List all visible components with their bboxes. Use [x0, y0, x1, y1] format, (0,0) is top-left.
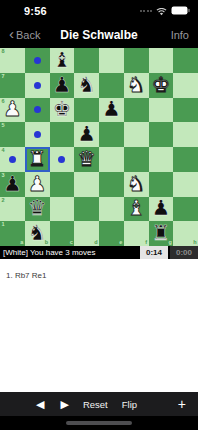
navigation-bar: ‹ Back Die Schwalbe Info: [0, 21, 198, 48]
game-status-bar: [White] You have 3 moves 0:14 0:00: [0, 246, 198, 259]
piece-black-king: ♚: [52, 99, 71, 120]
square-g3[interactable]: [149, 172, 174, 197]
piece-black-queen: ♛: [28, 198, 47, 219]
piece-black-knight: ♞: [77, 75, 96, 96]
square-g4[interactable]: [149, 147, 174, 172]
square-g7[interactable]: ♚: [149, 73, 174, 98]
piece-white-pawn: ♟: [3, 99, 22, 120]
piece-black-pawn: ♟: [77, 124, 96, 145]
turn-status-text: [White] You have 3 moves: [0, 246, 140, 259]
file-label-b: b: [45, 240, 48, 246]
square-e1[interactable]: e: [99, 221, 124, 246]
piece-black-pawn: ♟: [151, 198, 170, 219]
legal-move-dot: [58, 156, 65, 163]
piece-white-queen: ♛: [77, 149, 96, 170]
square-f1[interactable]: f: [124, 221, 149, 246]
square-e3[interactable]: [99, 172, 124, 197]
square-c1[interactable]: c: [50, 221, 75, 246]
square-g5[interactable]: [149, 122, 174, 147]
piece-black-pawn: ♟: [3, 174, 22, 195]
square-d7[interactable]: ♞: [74, 73, 99, 98]
file-label-a: a: [20, 240, 23, 246]
square-b4[interactable]: ♜: [25, 147, 50, 172]
wifi-icon: [156, 2, 167, 20]
square-h2[interactable]: [173, 197, 198, 222]
add-button[interactable]: +: [178, 397, 186, 411]
square-e5[interactable]: [99, 122, 124, 147]
square-c3[interactable]: [50, 172, 75, 197]
square-e8[interactable]: [99, 48, 124, 73]
square-h6[interactable]: [173, 98, 198, 123]
piece-black-bishop: ♝: [52, 50, 71, 71]
square-d6[interactable]: [74, 98, 99, 123]
rank-label-7: 7: [2, 74, 5, 80]
square-d5[interactable]: ♟: [74, 122, 99, 147]
file-label-c: c: [70, 240, 73, 246]
square-a3[interactable]: 3♟: [0, 172, 25, 197]
home-indicator[interactable]: [66, 421, 132, 425]
square-f7[interactable]: ♞: [124, 73, 149, 98]
rank-label-4: 4: [2, 148, 5, 154]
square-a5[interactable]: 5: [0, 122, 25, 147]
rank-label-3: 3: [2, 173, 5, 179]
cellular-signal-icon: [140, 10, 153, 12]
square-e2[interactable]: [99, 197, 124, 222]
file-label-h: h: [193, 240, 196, 246]
square-d8[interactable]: [74, 48, 99, 73]
square-h7[interactable]: [173, 73, 198, 98]
file-label-f: f: [145, 240, 147, 246]
square-a6[interactable]: 6♟: [0, 98, 25, 123]
square-b6[interactable]: [25, 98, 50, 123]
piece-black-pawn: ♟: [52, 75, 71, 96]
square-f3[interactable]: ♞: [124, 172, 149, 197]
battery-icon: [171, 6, 190, 15]
square-f4[interactable]: [124, 147, 149, 172]
square-c5[interactable]: [50, 122, 75, 147]
flip-button[interactable]: Flip: [122, 399, 137, 410]
square-e6[interactable]: ♟: [99, 98, 124, 123]
square-h4[interactable]: [173, 147, 198, 172]
square-c6[interactable]: ♚: [50, 98, 75, 123]
file-label-g: g: [168, 240, 171, 246]
square-a4[interactable]: 4: [0, 147, 25, 172]
home-indicator-area: [0, 416, 198, 430]
rank-label-6: 6: [2, 99, 5, 105]
legal-move-dot: [9, 156, 16, 163]
ios-status-bar: 9:56: [0, 0, 198, 21]
piece-black-pawn: ♟: [102, 99, 121, 120]
rank-label-5: 5: [2, 123, 5, 129]
piece-white-knight: ♞: [127, 174, 146, 195]
square-h5[interactable]: [173, 122, 198, 147]
square-d1[interactable]: d: [74, 221, 99, 246]
square-f8[interactable]: [124, 48, 149, 73]
square-b8[interactable]: [25, 48, 50, 73]
back-button-label: Back: [16, 29, 40, 41]
square-g2[interactable]: ♟: [149, 197, 174, 222]
square-h1[interactable]: h: [173, 221, 198, 246]
next-move-button[interactable]: ▶: [60, 399, 68, 410]
square-b2[interactable]: ♛: [25, 197, 50, 222]
square-a1[interactable]: 1a: [0, 221, 25, 246]
square-a8[interactable]: 8: [0, 48, 25, 73]
piece-white-pawn: ♟: [28, 174, 47, 195]
legal-move-dot: [34, 131, 41, 138]
white-clock: 0:14: [140, 246, 168, 259]
square-h8[interactable]: [173, 48, 198, 73]
black-clock: 0:00: [170, 246, 198, 259]
square-a7[interactable]: 7: [0, 73, 25, 98]
square-e4[interactable]: [99, 147, 124, 172]
piece-white-king: ♚: [151, 75, 170, 96]
piece-white-knight: ♞: [127, 75, 146, 96]
square-d4[interactable]: ♛: [74, 147, 99, 172]
square-d2[interactable]: [74, 197, 99, 222]
previous-move-button[interactable]: ◀: [36, 399, 44, 410]
square-c8[interactable]: ♝: [50, 48, 75, 73]
piece-white-bishop: ♝: [127, 198, 146, 219]
square-f2[interactable]: ♝: [124, 197, 149, 222]
chess-board: 8♝7♟♞♞♚6♟♚♟5♟4♜♛3♟♟♞2♛♝♟1ab♞cdefg♜h: [0, 48, 198, 246]
piece-white-rook: ♜: [28, 149, 47, 170]
square-a2[interactable]: 2: [0, 197, 25, 222]
square-e7[interactable]: [99, 73, 124, 98]
file-label-e: e: [119, 240, 122, 246]
legal-move-dot: [34, 106, 41, 113]
rank-label-2: 2: [2, 198, 5, 204]
square-g8[interactable]: [149, 48, 174, 73]
rank-label-1: 1: [2, 222, 5, 228]
back-chevron-icon: ‹: [9, 26, 14, 41]
square-b7[interactable]: [25, 73, 50, 98]
app-screen: 9:56 ‹ Back Die Schwalbe: [0, 0, 198, 430]
file-label-d: d: [94, 240, 97, 246]
square-f6[interactable]: [124, 98, 149, 123]
square-b1[interactable]: b♞: [25, 221, 50, 246]
square-g1[interactable]: g♜: [149, 221, 174, 246]
back-button[interactable]: ‹ Back: [9, 27, 40, 42]
square-f5[interactable]: [124, 122, 149, 147]
square-h3[interactable]: [173, 172, 198, 197]
move-list: 1. Rb7 Re1: [0, 259, 198, 392]
rank-label-8: 8: [2, 49, 5, 55]
reset-button[interactable]: Reset: [83, 399, 108, 410]
info-button[interactable]: Info: [171, 29, 189, 41]
clock-time: 9:56: [24, 5, 47, 17]
square-g6[interactable]: [149, 98, 174, 123]
bottom-toolbar: ◀ ▶ Reset Flip +: [0, 392, 198, 416]
square-c4[interactable]: [50, 147, 75, 172]
square-b5[interactable]: [25, 122, 50, 147]
move-list-entry[interactable]: 1. Rb7 Re1: [6, 271, 46, 280]
square-c7[interactable]: ♟: [50, 73, 75, 98]
square-c2[interactable]: [50, 197, 75, 222]
legal-move-dot: [34, 57, 41, 64]
square-d3[interactable]: [74, 172, 99, 197]
square-b3[interactable]: ♟: [25, 172, 50, 197]
legal-move-dot: [34, 82, 41, 89]
